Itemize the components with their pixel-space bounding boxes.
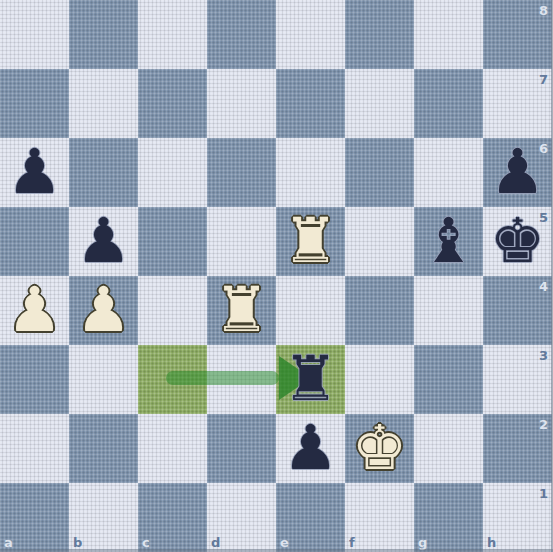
file-label-d: d — [211, 536, 220, 549]
square-c3[interactable] — [138, 345, 207, 414]
square-b8[interactable] — [69, 0, 138, 69]
square-a3[interactable] — [0, 345, 69, 414]
square-b2[interactable] — [69, 414, 138, 483]
square-b6[interactable] — [69, 138, 138, 207]
square-d4[interactable]: ♜ — [207, 276, 276, 345]
square-e3[interactable]: ♜ — [276, 345, 345, 414]
square-a8[interactable] — [0, 0, 69, 69]
square-g8[interactable] — [414, 0, 483, 69]
square-a4[interactable]: ♟ — [0, 276, 69, 345]
white-pawn[interactable]: ♟ — [0, 276, 69, 345]
square-g3[interactable] — [414, 345, 483, 414]
square-h2[interactable]: 2 — [483, 414, 552, 483]
square-b1[interactable]: b — [69, 483, 138, 552]
black-pawn[interactable]: ♟ — [276, 414, 345, 483]
square-d3[interactable] — [207, 345, 276, 414]
square-f5[interactable] — [345, 207, 414, 276]
square-c8[interactable] — [138, 0, 207, 69]
square-c6[interactable] — [138, 138, 207, 207]
square-c1[interactable]: c — [138, 483, 207, 552]
square-e7[interactable] — [276, 69, 345, 138]
square-f7[interactable] — [345, 69, 414, 138]
square-c5[interactable] — [138, 207, 207, 276]
square-h1[interactable]: 1h — [483, 483, 552, 552]
square-h8[interactable]: 8 — [483, 0, 552, 69]
square-e6[interactable] — [276, 138, 345, 207]
square-d5[interactable] — [207, 207, 276, 276]
square-c4[interactable] — [138, 276, 207, 345]
file-label-a: a — [4, 536, 13, 549]
square-e1[interactable]: e — [276, 483, 345, 552]
square-g7[interactable] — [414, 69, 483, 138]
black-pawn[interactable]: ♟ — [483, 138, 552, 207]
square-h5[interactable]: 5♚ — [483, 207, 552, 276]
square-c7[interactable] — [138, 69, 207, 138]
rank-label-7: 7 — [539, 73, 548, 86]
file-label-e: e — [280, 536, 289, 549]
square-d1[interactable]: d — [207, 483, 276, 552]
square-d8[interactable] — [207, 0, 276, 69]
square-f1[interactable]: f — [345, 483, 414, 552]
black-bishop[interactable]: ♝ — [414, 207, 483, 276]
square-h4[interactable]: 4 — [483, 276, 552, 345]
square-b7[interactable] — [69, 69, 138, 138]
square-f8[interactable] — [345, 0, 414, 69]
file-label-g: g — [418, 536, 427, 549]
square-a1[interactable]: a — [0, 483, 69, 552]
rank-label-8: 8 — [539, 4, 548, 17]
square-g2[interactable] — [414, 414, 483, 483]
white-rook[interactable]: ♜ — [207, 276, 276, 345]
square-f2[interactable]: ♚ — [345, 414, 414, 483]
white-king[interactable]: ♚ — [345, 414, 414, 483]
black-pawn[interactable]: ♟ — [69, 207, 138, 276]
chess-board: 87♟6♟♟♜♝5♚♟♟♜4♜3♟♚2abcdefg1h — [0, 0, 552, 552]
square-c2[interactable] — [138, 414, 207, 483]
rank-label-1: 1 — [539, 487, 548, 500]
square-h6[interactable]: 6♟ — [483, 138, 552, 207]
square-h7[interactable]: 7 — [483, 69, 552, 138]
square-e8[interactable] — [276, 0, 345, 69]
file-label-f: f — [349, 536, 355, 549]
square-e5[interactable]: ♜ — [276, 207, 345, 276]
square-d7[interactable] — [207, 69, 276, 138]
square-d6[interactable] — [207, 138, 276, 207]
black-pawn[interactable]: ♟ — [0, 138, 69, 207]
square-g6[interactable] — [414, 138, 483, 207]
rank-label-3: 3 — [539, 349, 548, 362]
square-e2[interactable]: ♟ — [276, 414, 345, 483]
file-label-c: c — [142, 536, 150, 549]
rank-label-4: 4 — [539, 280, 548, 293]
square-e4[interactable] — [276, 276, 345, 345]
square-h3[interactable]: 3 — [483, 345, 552, 414]
square-f6[interactable] — [345, 138, 414, 207]
chess-board-viewport: 87♟6♟♟♜♝5♚♟♟♜4♜3♟♚2abcdefg1h — [0, 0, 553, 552]
file-label-h: h — [487, 536, 496, 549]
file-label-b: b — [73, 536, 82, 549]
rank-label-2: 2 — [539, 418, 548, 431]
white-pawn[interactable]: ♟ — [69, 276, 138, 345]
square-b5[interactable]: ♟ — [69, 207, 138, 276]
square-g4[interactable] — [414, 276, 483, 345]
square-f3[interactable] — [345, 345, 414, 414]
square-a7[interactable] — [0, 69, 69, 138]
square-b3[interactable] — [69, 345, 138, 414]
square-f4[interactable] — [345, 276, 414, 345]
square-d2[interactable] — [207, 414, 276, 483]
white-rook[interactable]: ♜ — [276, 207, 345, 276]
square-a2[interactable] — [0, 414, 69, 483]
square-g1[interactable]: g — [414, 483, 483, 552]
square-a6[interactable]: ♟ — [0, 138, 69, 207]
square-a5[interactable] — [0, 207, 69, 276]
black-king[interactable]: ♚ — [483, 207, 552, 276]
square-b4[interactable]: ♟ — [69, 276, 138, 345]
square-g5[interactable]: ♝ — [414, 207, 483, 276]
black-rook[interactable]: ♜ — [276, 345, 345, 414]
